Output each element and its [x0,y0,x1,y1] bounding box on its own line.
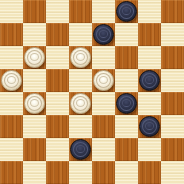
square-g2 [138,138,161,161]
white-man[interactable] [24,93,45,114]
white-man[interactable] [1,70,22,91]
square-h5 [161,69,184,92]
black-man[interactable] [116,93,137,114]
square-g5[interactable] [138,69,161,92]
square-h3 [161,115,184,138]
square-a2 [0,138,23,161]
square-a4 [0,92,23,115]
black-man[interactable] [116,1,137,22]
square-b2[interactable] [23,138,46,161]
square-e4 [92,92,115,115]
square-e2 [92,138,115,161]
square-e8 [92,0,115,23]
square-c8 [46,0,69,23]
square-b8[interactable] [23,0,46,23]
square-c7[interactable] [46,23,69,46]
square-h6[interactable] [161,46,184,69]
square-b3 [23,115,46,138]
square-f1 [115,161,138,184]
black-man[interactable] [139,70,160,91]
square-d3 [69,115,92,138]
square-b7 [23,23,46,46]
square-c6 [46,46,69,69]
white-man[interactable] [93,70,114,91]
square-f5 [115,69,138,92]
square-f3 [115,115,138,138]
white-man[interactable] [24,47,45,68]
square-d8[interactable] [69,0,92,23]
square-c4 [46,92,69,115]
square-c1[interactable] [46,161,69,184]
square-e7[interactable] [92,23,115,46]
square-h2[interactable] [161,138,184,161]
square-d1 [69,161,92,184]
square-a1[interactable] [0,161,23,184]
square-b6[interactable] [23,46,46,69]
black-man[interactable] [93,24,114,45]
square-f8[interactable] [115,0,138,23]
square-c3[interactable] [46,115,69,138]
white-man[interactable] [70,93,91,114]
square-g4 [138,92,161,115]
square-d5 [69,69,92,92]
square-a6 [0,46,23,69]
square-a7[interactable] [0,23,23,46]
square-e3[interactable] [92,115,115,138]
square-g8 [138,0,161,23]
square-c2 [46,138,69,161]
square-e6 [92,46,115,69]
square-f2[interactable] [115,138,138,161]
square-h4[interactable] [161,92,184,115]
square-b4[interactable] [23,92,46,115]
square-a3[interactable] [0,115,23,138]
square-e1[interactable] [92,161,115,184]
black-man[interactable] [70,139,91,160]
square-a5[interactable] [0,69,23,92]
square-b1 [23,161,46,184]
square-c5[interactable] [46,69,69,92]
square-d2[interactable] [69,138,92,161]
square-a8 [0,0,23,23]
square-h8[interactable] [161,0,184,23]
square-f7 [115,23,138,46]
square-h1 [161,161,184,184]
square-d7 [69,23,92,46]
black-man[interactable] [139,116,160,137]
white-man[interactable] [70,47,91,68]
square-g1[interactable] [138,161,161,184]
square-d4[interactable] [69,92,92,115]
square-f4[interactable] [115,92,138,115]
square-g7[interactable] [138,23,161,46]
square-b5 [23,69,46,92]
board [0,0,184,184]
square-g6 [138,46,161,69]
square-g3[interactable] [138,115,161,138]
square-d6[interactable] [69,46,92,69]
square-h7 [161,23,184,46]
square-e5[interactable] [92,69,115,92]
square-f6[interactable] [115,46,138,69]
